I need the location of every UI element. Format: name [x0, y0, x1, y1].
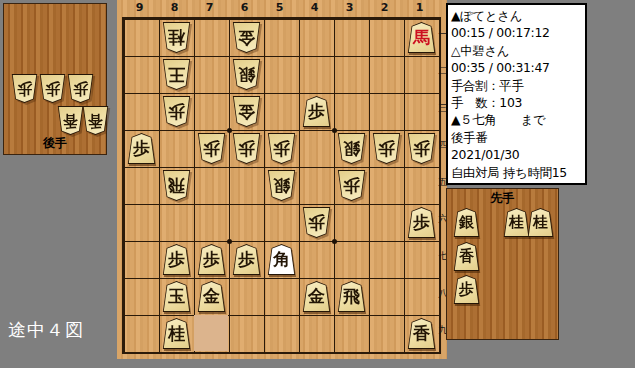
piece-kanji: 飛 [343, 288, 360, 305]
game-info-panel: ▲ぽてとさん00:15 / 00:17:12△中碧さん00:35 / 00:31… [446, 3, 587, 185]
piece-gote-hi[interactable]: 飛 [162, 170, 191, 201]
shogi-app-window: 後手 歩歩歩香香 桂金馬王銀歩金歩歩歩歩歩銀歩歩飛銀歩歩歩歩歩歩角玉金金飛桂香 … [0, 0, 635, 368]
piece-kanji: 歩 [168, 103, 185, 120]
file-label-5: 5 [262, 1, 297, 15]
piece-sente-kei[interactable]: 桂 [503, 208, 530, 237]
piece-gote-kin[interactable]: 金 [232, 22, 261, 53]
piece-kanji: 桂 [533, 215, 548, 230]
piece-gote-gin[interactable]: 銀 [267, 170, 296, 201]
piece-gote-gin[interactable]: 銀 [337, 133, 366, 164]
piece-kanji: 桂 [168, 325, 185, 342]
file-label-7: 7 [192, 1, 227, 15]
piece-gote-kyo[interactable]: 香 [82, 106, 109, 135]
piece-sente-kin[interactable]: 金 [197, 281, 226, 312]
piece-gote-fu[interactable]: 歩 [197, 133, 226, 164]
piece-kanji: 香 [63, 113, 78, 128]
piece-kanji: 歩 [238, 140, 255, 157]
piece-kanji: 銀 [459, 215, 474, 230]
piece-gote-gin[interactable]: 銀 [232, 59, 261, 90]
piece-kanji: 歩 [45, 81, 60, 96]
piece-sente-fu[interactable]: 歩 [197, 244, 226, 275]
piece-gote-fu[interactable]: 歩 [67, 74, 94, 103]
piece-gote-fu[interactable]: 歩 [372, 133, 401, 164]
gote-tray-label: 後手 [4, 135, 106, 152]
piece-kanji: 香 [88, 113, 103, 128]
file-label-2: 2 [367, 1, 402, 15]
piece-sente-kei[interactable]: 桂 [527, 208, 554, 237]
piece-sente-kyo[interactable]: 香 [407, 318, 436, 349]
piece-gote-fu[interactable]: 歩 [337, 170, 366, 201]
piece-gote-fu[interactable]: 歩 [232, 133, 261, 164]
piece-gote-fu[interactable]: 歩 [11, 74, 38, 103]
piece-kanji: 馬 [413, 29, 430, 46]
piece-sente-kyo[interactable]: 香 [453, 242, 480, 271]
piece-kanji: 歩 [273, 140, 290, 157]
file-label-1: 1 [402, 1, 437, 15]
file-label-6: 6 [227, 1, 262, 15]
piece-kanji: 金 [203, 288, 220, 305]
info-line-1: ▲ぽてとさん [451, 7, 582, 24]
piece-sente-fu[interactable]: 歩 [162, 244, 191, 275]
star-point [332, 128, 337, 133]
piece-kanji: 金 [238, 29, 255, 46]
piece-kanji: 歩 [17, 81, 32, 96]
piece-kanji: 歩 [459, 282, 474, 297]
piece-gote-fu[interactable]: 歩 [267, 133, 296, 164]
piece-kanji: 歩 [203, 140, 220, 157]
piece-kanji: 歩 [308, 214, 325, 231]
star-point [332, 239, 337, 244]
info-line-4: 00:35 / 00:31:47 [451, 59, 582, 76]
file-label-3: 3 [332, 1, 367, 15]
piece-kanji: 歩 [73, 81, 88, 96]
piece-sente-gin[interactable]: 銀 [453, 208, 480, 237]
piece-gote-kei[interactable]: 桂 [162, 22, 191, 53]
piece-sente-gyoku[interactable]: 玉 [162, 281, 191, 312]
piece-gote-fu[interactable]: 歩 [302, 207, 331, 238]
star-point [227, 239, 232, 244]
piece-sente-fu[interactable]: 歩 [453, 275, 480, 304]
piece-kanji: 銀 [343, 140, 360, 157]
info-line-2: 00:15 / 00:17:12 [451, 24, 582, 41]
piece-kanji: 歩 [238, 251, 255, 268]
shogi-board[interactable]: 桂金馬王銀歩金歩歩歩歩歩銀歩歩飛銀歩歩歩歩歩歩角玉金金飛桂香 987654321… [117, 0, 447, 359]
piece-kanji: 歩 [308, 103, 325, 120]
piece-kanji: 飛 [168, 177, 185, 194]
file-label-4: 4 [297, 1, 332, 15]
piece-kanji: 金 [308, 288, 325, 305]
piece-gote-kyo[interactable]: 香 [57, 106, 84, 135]
piece-sente-uma[interactable]: 馬 [407, 22, 436, 53]
piece-kanji: 香 [413, 325, 430, 342]
piece-kanji: 歩 [343, 177, 360, 194]
piece-sente-kei[interactable]: 桂 [162, 318, 191, 349]
piece-sente-fu[interactable]: 歩 [127, 133, 156, 164]
piece-kanji: 玉 [168, 288, 185, 305]
star-point [227, 128, 232, 133]
info-line-8: 後手番 [451, 129, 582, 146]
piece-sente-fu[interactable]: 歩 [232, 244, 261, 275]
piece-kanji: 香 [459, 249, 474, 264]
piece-kanji: 銀 [273, 177, 290, 194]
piece-gote-kin[interactable]: 金 [232, 96, 261, 127]
sente-tray-label: 先手 [447, 190, 558, 207]
info-line-6: 手 数：103 [451, 94, 582, 111]
file-label-9: 9 [122, 1, 157, 15]
piece-kanji: 歩 [413, 140, 430, 157]
piece-kanji: 金 [238, 103, 255, 120]
diagram-caption: 途中４図 [8, 318, 84, 342]
piece-kanji: 歩 [378, 140, 395, 157]
piece-gote-fu[interactable]: 歩 [407, 133, 436, 164]
piece-sente-kin[interactable]: 金 [302, 281, 331, 312]
highlight-square-79[interactable] [194, 315, 228, 351]
piece-kanji: 歩 [413, 214, 430, 231]
info-line-10: 自由対局 持ち時間15 [451, 164, 582, 181]
piece-kanji: 銀 [238, 66, 255, 83]
file-label-8: 8 [157, 1, 192, 15]
piece-kanji: 桂 [168, 29, 185, 46]
gote-captured-tray[interactable]: 後手 歩歩歩香香 [3, 3, 107, 155]
info-line-9: 2021/01/30 [451, 146, 582, 163]
piece-kanji: 歩 [133, 140, 150, 157]
piece-sente-kaku[interactable]: 角 [267, 244, 296, 275]
piece-sente-hi[interactable]: 飛 [337, 281, 366, 312]
piece-kanji: 角 [273, 251, 290, 268]
info-line-5: 手合割：平手 [451, 77, 582, 94]
info-line-3: △中碧さん [451, 42, 582, 59]
piece-kanji: 歩 [168, 251, 185, 268]
piece-sente-fu[interactable]: 歩 [407, 207, 436, 238]
piece-kanji: 王 [168, 66, 185, 83]
piece-gote-ou[interactable]: 王 [162, 59, 191, 90]
piece-sente-fu[interactable]: 歩 [302, 96, 331, 127]
piece-gote-fu[interactable]: 歩 [39, 74, 66, 103]
info-line-7: ▲５七角 まで [451, 111, 582, 128]
piece-gote-fu[interactable]: 歩 [162, 96, 191, 127]
piece-kanji: 歩 [203, 251, 220, 268]
sente-captured-tray[interactable]: 先手 銀桂桂香歩 [446, 188, 559, 340]
piece-kanji: 桂 [509, 215, 524, 230]
